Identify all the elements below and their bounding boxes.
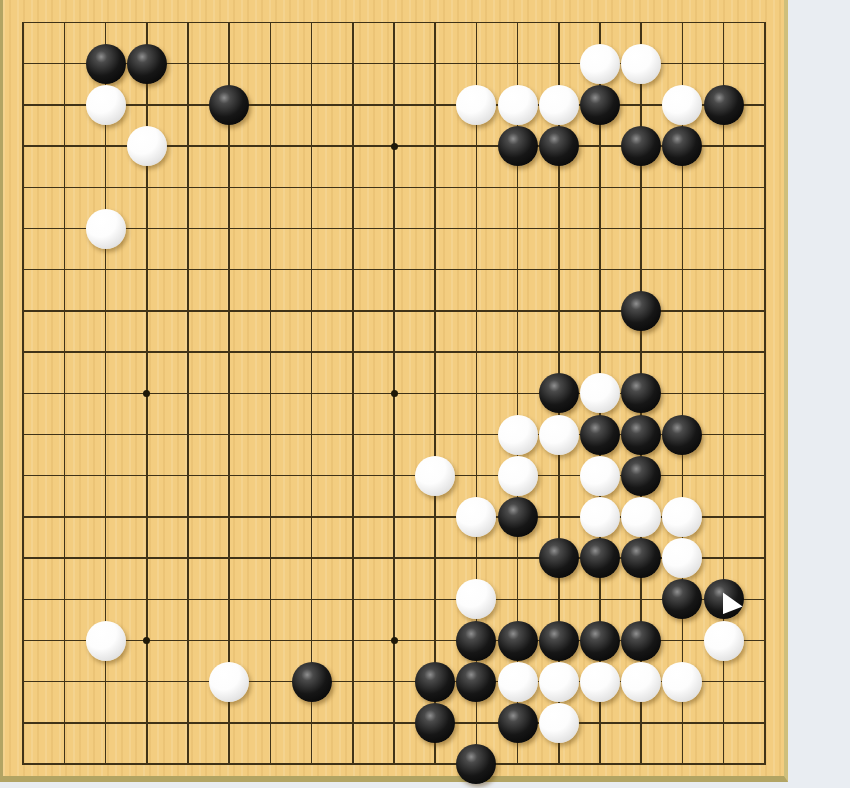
white-stone xyxy=(662,538,702,578)
white-stone xyxy=(621,497,661,537)
white-stone xyxy=(539,85,579,125)
white-stone xyxy=(498,662,538,702)
black-stone xyxy=(415,662,455,702)
white-stone xyxy=(580,44,620,84)
black-stone xyxy=(621,373,661,413)
black-stone xyxy=(621,538,661,578)
black-stone xyxy=(621,456,661,496)
white-stone xyxy=(415,456,455,496)
black-stone xyxy=(498,497,538,537)
star-point xyxy=(391,390,398,397)
black-stone xyxy=(127,44,167,84)
white-stone xyxy=(580,662,620,702)
black-stone xyxy=(292,662,332,702)
black-stone xyxy=(456,662,496,702)
white-stone xyxy=(127,126,167,166)
black-stone xyxy=(662,126,702,166)
grid-line-vertical xyxy=(764,22,766,765)
black-stone xyxy=(621,415,661,455)
white-stone xyxy=(86,621,126,661)
white-stone xyxy=(209,662,249,702)
white-stone xyxy=(704,621,744,661)
white-stone xyxy=(456,85,496,125)
black-stone xyxy=(539,538,579,578)
grid-line-horizontal xyxy=(22,722,765,724)
grid-line-horizontal xyxy=(22,599,765,601)
board-layer xyxy=(0,0,850,788)
black-stone xyxy=(209,85,249,125)
white-stone xyxy=(621,662,661,702)
black-stone xyxy=(662,579,702,619)
white-stone xyxy=(86,209,126,249)
white-stone xyxy=(662,85,702,125)
black-stone xyxy=(580,415,620,455)
white-stone xyxy=(498,456,538,496)
black-stone xyxy=(539,621,579,661)
star-point xyxy=(391,637,398,644)
white-stone xyxy=(539,415,579,455)
white-stone xyxy=(580,373,620,413)
black-stone xyxy=(662,415,702,455)
black-stone xyxy=(704,85,744,125)
star-point xyxy=(143,637,150,644)
black-stone xyxy=(621,126,661,166)
black-stone xyxy=(580,621,620,661)
white-stone xyxy=(662,497,702,537)
white-stone xyxy=(539,662,579,702)
black-stone xyxy=(580,538,620,578)
black-stone xyxy=(498,126,538,166)
star-point xyxy=(391,143,398,150)
black-stone xyxy=(456,621,496,661)
black-stone xyxy=(539,126,579,166)
white-stone xyxy=(539,703,579,743)
white-stone xyxy=(456,579,496,619)
white-stone xyxy=(580,497,620,537)
grid-line-horizontal xyxy=(22,763,765,765)
black-stone xyxy=(498,703,538,743)
black-stone xyxy=(621,621,661,661)
black-stone xyxy=(580,85,620,125)
black-stone xyxy=(621,291,661,331)
black-stone xyxy=(456,744,496,784)
grid-line-vertical xyxy=(434,22,436,765)
white-stone xyxy=(498,415,538,455)
white-stone xyxy=(580,456,620,496)
black-stone xyxy=(498,621,538,661)
white-stone xyxy=(621,44,661,84)
white-stone xyxy=(498,85,538,125)
white-stone xyxy=(86,85,126,125)
star-point xyxy=(143,390,150,397)
white-stone xyxy=(456,497,496,537)
page-background xyxy=(0,0,850,788)
black-stone xyxy=(539,373,579,413)
white-stone xyxy=(662,662,702,702)
black-stone xyxy=(86,44,126,84)
black-stone xyxy=(415,703,455,743)
